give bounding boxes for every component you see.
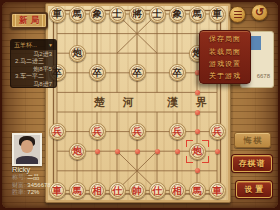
piece-glyph: 卒 <box>172 68 182 78</box>
player-name: Ricky <box>12 165 30 174</box>
menu-item-label: 装载局面 <box>209 47 241 57</box>
red-piece-p-c0r6[interactable]: 兵 <box>49 123 66 140</box>
red-piece-b-c6r9[interactable]: 相 <box>169 182 186 199</box>
red-piece-p-c2r6[interactable]: 兵 <box>89 123 106 140</box>
piece-glyph: 車 <box>212 186 222 196</box>
move-list: 马2进32.马二进三炮8平53.车一平二马8进7 <box>11 50 56 88</box>
red-piece-k-c4r9[interactable]: 帥 <box>129 182 146 199</box>
red-piece-n-c7r9[interactable]: 馬 <box>189 182 206 199</box>
player-stats: 称号: 二品财富: 3456678胜率: 72% <box>12 174 51 197</box>
black-piece-b-c6r0[interactable]: 象 <box>169 6 186 23</box>
black-piece-c-c1r2[interactable]: 炮 <box>69 45 86 62</box>
move-hint-dot[interactable] <box>215 149 220 154</box>
piece-glyph: 兵 <box>172 127 182 137</box>
save-record-label: 存棋谱 <box>239 158 266 169</box>
save-record-button[interactable]: 存棋谱 <box>232 155 272 172</box>
undo-arrow-icon: ↺ <box>255 7 264 18</box>
black-piece-n-c7r0[interactable]: 馬 <box>189 6 206 23</box>
piece-glyph: 士 <box>112 9 122 19</box>
piece-glyph: 兵 <box>132 127 142 137</box>
move-hint-dot[interactable] <box>115 149 120 154</box>
red-piece-c-c1r7[interactable]: 炮 <box>69 143 86 160</box>
black-piece-p-c4r3[interactable]: 卒 <box>129 64 146 81</box>
red-piece-a-c3r9[interactable]: 仕 <box>109 182 126 199</box>
black-piece-k-c4r0[interactable]: 將 <box>129 6 146 23</box>
menu-item-3[interactable]: 关于游戏 <box>200 70 250 82</box>
river-label-han-jie: 漢 界 <box>167 95 214 110</box>
piece-glyph: 象 <box>172 9 182 19</box>
black-piece-a-c5r0[interactable]: 士 <box>149 6 166 23</box>
piece-glyph: 帥 <box>132 186 142 196</box>
move-line-0: 马2进3 <box>15 51 52 58</box>
piece-glyph: 士 <box>152 9 162 19</box>
red-piece-p-c8r6[interactable]: 兵 <box>209 123 226 140</box>
hamburger-icon <box>234 11 242 13</box>
piece-glyph: 車 <box>52 186 62 196</box>
player-stat-0: 称号: 二品 <box>12 174 51 182</box>
hamburger-menu-button[interactable] <box>229 6 246 23</box>
move-record-panel: 五羊杯... ▼ 马2进32.马二进三炮8平53.车一平二马8进7 <box>10 39 57 88</box>
move-line-4: 马8进7 <box>15 81 52 88</box>
piece-glyph: 兵 <box>212 127 222 137</box>
move-hint-dot[interactable] <box>195 168 200 173</box>
move-hint-dot[interactable] <box>195 90 200 95</box>
red-piece-r-c8r9[interactable]: 車 <box>209 182 226 199</box>
menu-item-label: 关于游戏 <box>209 71 241 81</box>
piece-glyph: 馬 <box>192 186 202 196</box>
record-title: 五羊杯... <box>14 41 37 50</box>
game-screen: 楚 河 漢 界 車馬象士將士象馬車炮炮卒卒卒卒卒兵兵兵兵兵炮炮車馬相仕帥仕相馬車… <box>0 0 280 210</box>
piece-glyph: 仕 <box>112 186 122 196</box>
black-piece-b-c2r0[interactable]: 象 <box>89 6 106 23</box>
piece-glyph: 車 <box>212 9 222 19</box>
red-piece-r-c0r9[interactable]: 車 <box>49 182 66 199</box>
player-avatar[interactable] <box>12 133 42 166</box>
new-game-label: 新局 <box>19 15 42 27</box>
piece-glyph: 車 <box>52 9 62 19</box>
piece-glyph: 兵 <box>92 127 102 137</box>
move-hint-dot[interactable] <box>175 149 180 154</box>
piece-glyph: 炮 <box>72 48 82 58</box>
move-hint-dot[interactable] <box>135 149 140 154</box>
move-hint-dot[interactable] <box>195 129 200 134</box>
piece-glyph: 將 <box>132 9 142 19</box>
move-record-header[interactable]: 五羊杯... ▼ <box>11 40 56 50</box>
menu-item-label: 游戏设置 <box>209 59 241 69</box>
piece-glyph: 馬 <box>72 9 82 19</box>
undo-move-button[interactable]: 悔棋 <box>234 132 271 148</box>
settings-label: 设置 <box>245 184 267 195</box>
menu-item-label: 保存局面 <box>209 34 241 44</box>
red-piece-p-c6r6[interactable]: 兵 <box>169 123 186 140</box>
undo-turn-button[interactable]: ↺ <box>251 4 268 21</box>
dropdown-menu: 保存局面装载局面游戏设置关于游戏 <box>199 30 251 84</box>
move-line-1: 2.马二进三 <box>15 58 52 65</box>
move-hint-dot[interactable] <box>195 110 200 115</box>
player-stat-2: 胜率: 72% <box>12 189 51 197</box>
black-piece-p-c2r3[interactable]: 卒 <box>89 64 106 81</box>
opponent-stat-number: 6678 <box>257 73 270 79</box>
chevron-down-icon[interactable]: ▼ <box>48 42 53 48</box>
move-hint-dot[interactable] <box>155 149 160 154</box>
piece-glyph: 相 <box>92 186 102 196</box>
red-piece-p-c4r6[interactable]: 兵 <box>129 123 146 140</box>
piece-glyph: 卒 <box>92 68 102 78</box>
piece-glyph: 仕 <box>152 186 162 196</box>
piece-glyph: 兵 <box>52 127 62 137</box>
move-line-3: 3.车一平二 <box>15 73 52 80</box>
avatar-face <box>21 140 33 153</box>
menu-item-2[interactable]: 游戏设置 <box>200 58 250 70</box>
piece-glyph: 相 <box>172 186 182 196</box>
move-hint-dot[interactable] <box>95 149 100 154</box>
undo-move-label: 悔棋 <box>244 135 264 146</box>
black-piece-n-c1r0[interactable]: 馬 <box>69 6 86 23</box>
new-game-button[interactable]: 新局 <box>10 12 48 29</box>
black-piece-r-c0r0[interactable]: 車 <box>49 6 66 23</box>
menu-item-0[interactable]: 保存局面 <box>200 33 250 45</box>
piece-glyph: 馬 <box>192 9 202 19</box>
piece-glyph: 象 <box>92 9 102 19</box>
black-piece-r-c8r0[interactable]: 車 <box>209 6 226 23</box>
red-piece-b-c2r9[interactable]: 相 <box>89 182 106 199</box>
river-label-chu-he: 楚 河 <box>94 95 141 110</box>
avatar-body <box>16 156 38 165</box>
black-piece-a-c3r0[interactable]: 士 <box>109 6 126 23</box>
menu-item-1[interactable]: 装载局面 <box>200 45 250 57</box>
black-piece-p-c6r3[interactable]: 卒 <box>169 64 186 81</box>
piece-glyph: 卒 <box>132 68 142 78</box>
red-piece-n-c1r9[interactable]: 馬 <box>69 182 86 199</box>
selected-piece-marker <box>186 140 209 163</box>
piece-glyph: 炮 <box>72 146 82 156</box>
red-piece-a-c5r9[interactable]: 仕 <box>149 182 166 199</box>
settings-button[interactable]: 设置 <box>236 181 272 198</box>
piece-glyph: 馬 <box>72 186 82 196</box>
